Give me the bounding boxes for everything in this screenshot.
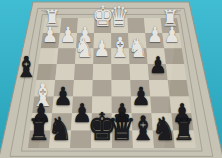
chess-app-window: ♜♛♚♜♟♟♟♟♟♞♝♟♞♟♟♟♝♟♟♟♟♜♞♝♛♚♞♜♝: [0, 0, 222, 158]
piece-white-pawn-b2[interactable]: ♟: [147, 24, 163, 45]
piece-white-pawn-e3[interactable]: ♟: [94, 38, 111, 60]
piece-black-pawn-g6[interactable]: ♟: [53, 85, 72, 110]
square-a5[interactable]: [168, 80, 189, 96]
piece-black-king-e8[interactable]: ♚: [87, 109, 116, 147]
piece-white-pawn-h2[interactable]: ♟: [42, 24, 58, 45]
piece-white-knight-c3[interactable]: ♞: [128, 35, 148, 61]
piece-white-king-e1[interactable]: ♚: [92, 2, 114, 31]
piece-black-knight-g8[interactable]: ♞: [48, 113, 73, 145]
piece-black-pawn-b4[interactable]: ♟: [149, 54, 166, 77]
piece-white-pawn-a2[interactable]: ♟: [164, 24, 180, 45]
piece-white-knight-f3[interactable]: ♞: [74, 35, 94, 61]
piece-black-rook-a8[interactable]: ♜: [173, 115, 196, 145]
piece-black-rook-h8[interactable]: ♜: [28, 115, 51, 145]
piece-white-bishop-d3[interactable]: ♝: [110, 34, 131, 62]
